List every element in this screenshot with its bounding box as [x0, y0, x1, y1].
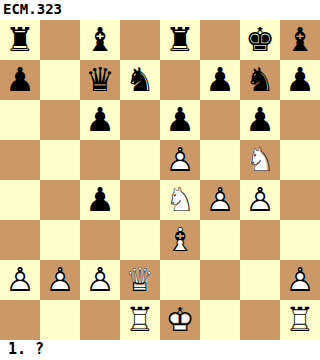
square-g6[interactable]: ♟	[240, 100, 280, 140]
square-g1[interactable]	[240, 300, 280, 340]
black-bishop-icon: ♝	[80, 20, 120, 60]
diagram-title: ECM.323	[0, 0, 320, 20]
white-pawn-icon: ♟♙	[160, 140, 200, 180]
black-pawn-icon: ♟	[240, 100, 280, 140]
square-b6[interactable]	[40, 100, 80, 140]
black-pawn-icon: ♟	[280, 60, 320, 100]
white-queen-icon: ♛♕	[120, 260, 160, 300]
glyph-fill-layer: ♟	[240, 100, 280, 140]
white-rook-icon: ♜♖	[280, 300, 320, 340]
white-pawn-icon: ♟♙	[200, 180, 240, 220]
glyph-outline-layer: ♕	[120, 260, 160, 300]
square-d3[interactable]	[120, 220, 160, 260]
square-b8[interactable]	[40, 20, 80, 60]
white-knight-icon: ♞♘	[160, 180, 200, 220]
square-a7[interactable]: ♟	[0, 60, 40, 100]
glyph-fill-layer: ♜	[0, 20, 40, 60]
square-c4[interactable]: ♟	[80, 180, 120, 220]
black-pawn-icon: ♟	[80, 180, 120, 220]
square-a4[interactable]	[0, 180, 40, 220]
white-pawn-icon: ♟♙	[240, 180, 280, 220]
glyph-outline-layer: ♔	[160, 300, 200, 340]
glyph-outline-layer: ♗	[160, 220, 200, 260]
square-a1[interactable]	[0, 300, 40, 340]
square-a3[interactable]	[0, 220, 40, 260]
square-e8[interactable]: ♜	[160, 20, 200, 60]
glyph-fill-layer: ♟	[0, 60, 40, 100]
square-e2[interactable]	[160, 260, 200, 300]
square-e5[interactable]: ♟♙	[160, 140, 200, 180]
square-d4[interactable]	[120, 180, 160, 220]
square-h1[interactable]: ♜♖	[280, 300, 320, 340]
square-h6[interactable]	[280, 100, 320, 140]
glyph-fill-layer: ♟	[280, 60, 320, 100]
square-h3[interactable]	[280, 220, 320, 260]
square-h5[interactable]	[280, 140, 320, 180]
glyph-fill-layer: ♟	[80, 100, 120, 140]
square-c3[interactable]	[80, 220, 120, 260]
glyph-outline-layer: ♖	[120, 300, 160, 340]
square-f1[interactable]	[200, 300, 240, 340]
square-e7[interactable]	[160, 60, 200, 100]
square-b2[interactable]: ♟♙	[40, 260, 80, 300]
glyph-fill-layer: ♞	[240, 60, 280, 100]
glyph-fill-layer: ♞	[120, 60, 160, 100]
glyph-fill-layer: ♟	[200, 60, 240, 100]
glyph-outline-layer: ♙	[200, 180, 240, 220]
square-g4[interactable]: ♟♙	[240, 180, 280, 220]
square-b3[interactable]	[40, 220, 80, 260]
glyph-fill-layer: ♛	[80, 60, 120, 100]
square-h2[interactable]: ♟♙	[280, 260, 320, 300]
white-rook-icon: ♜♖	[120, 300, 160, 340]
black-knight-icon: ♞	[240, 60, 280, 100]
black-pawn-icon: ♟	[80, 100, 120, 140]
square-c1[interactable]	[80, 300, 120, 340]
glyph-outline-layer: ♙	[240, 180, 280, 220]
glyph-fill-layer: ♝	[80, 20, 120, 60]
glyph-outline-layer: ♘	[240, 140, 280, 180]
square-a6[interactable]	[0, 100, 40, 140]
square-h8[interactable]: ♝	[280, 20, 320, 60]
white-pawn-icon: ♟♙	[40, 260, 80, 300]
square-e6[interactable]: ♟	[160, 100, 200, 140]
move-prompt: 1. ?	[0, 340, 320, 360]
glyph-fill-layer: ♝	[280, 20, 320, 60]
square-f4[interactable]: ♟♙	[200, 180, 240, 220]
white-pawn-icon: ♟♙	[0, 260, 40, 300]
square-a5[interactable]	[0, 140, 40, 180]
square-g7[interactable]: ♞	[240, 60, 280, 100]
square-g8[interactable]: ♚	[240, 20, 280, 60]
chess-diagram-page: ECM.323 ♜♝♜♚♝♟♛♞♟♞♟♟♟♟♟♙♞♘♟♞♘♟♙♟♙♝♗♟♙♟♙♟…	[0, 0, 320, 360]
black-rook-icon: ♜	[0, 20, 40, 60]
glyph-fill-layer: ♟	[160, 100, 200, 140]
glyph-outline-layer: ♙	[40, 260, 80, 300]
square-c2[interactable]: ♟♙	[80, 260, 120, 300]
square-b7[interactable]	[40, 60, 80, 100]
square-f7[interactable]: ♟	[200, 60, 240, 100]
glyph-outline-layer: ♙	[0, 260, 40, 300]
square-d1[interactable]: ♜♖	[120, 300, 160, 340]
square-e1[interactable]: ♚♔	[160, 300, 200, 340]
chess-board: ♜♝♜♚♝♟♛♞♟♞♟♟♟♟♟♙♞♘♟♞♘♟♙♟♙♝♗♟♙♟♙♟♙♛♕♟♙♜♖♚…	[0, 20, 320, 340]
square-d2[interactable]: ♛♕	[120, 260, 160, 300]
square-e3[interactable]: ♝♗	[160, 220, 200, 260]
square-h7[interactable]: ♟	[280, 60, 320, 100]
square-f8[interactable]	[200, 20, 240, 60]
square-d8[interactable]	[120, 20, 160, 60]
square-d6[interactable]	[120, 100, 160, 140]
glyph-fill-layer: ♚	[240, 20, 280, 60]
white-bishop-icon: ♝♗	[160, 220, 200, 260]
square-c5[interactable]	[80, 140, 120, 180]
square-f2[interactable]	[200, 260, 240, 300]
black-pawn-icon: ♟	[200, 60, 240, 100]
black-rook-icon: ♜	[160, 20, 200, 60]
square-g2[interactable]	[240, 260, 280, 300]
black-pawn-icon: ♟	[0, 60, 40, 100]
white-king-icon: ♚♔	[160, 300, 200, 340]
square-a2[interactable]: ♟♙	[0, 260, 40, 300]
square-f3[interactable]	[200, 220, 240, 260]
square-g5[interactable]: ♞♘	[240, 140, 280, 180]
square-h4[interactable]	[280, 180, 320, 220]
square-c7[interactable]: ♛	[80, 60, 120, 100]
glyph-outline-layer: ♙	[280, 260, 320, 300]
black-knight-icon: ♞	[120, 60, 160, 100]
glyph-outline-layer: ♙	[160, 140, 200, 180]
square-b1[interactable]	[40, 300, 80, 340]
square-b5[interactable]	[40, 140, 80, 180]
square-d7[interactable]: ♞	[120, 60, 160, 100]
square-g3[interactable]	[240, 220, 280, 260]
black-pawn-icon: ♟	[160, 100, 200, 140]
square-a8[interactable]: ♜	[0, 20, 40, 60]
square-f6[interactable]	[200, 100, 240, 140]
glyph-fill-layer: ♟	[80, 180, 120, 220]
square-c8[interactable]: ♝	[80, 20, 120, 60]
square-e4[interactable]: ♞♘	[160, 180, 200, 220]
square-c6[interactable]: ♟	[80, 100, 120, 140]
black-queen-icon: ♛	[80, 60, 120, 100]
black-bishop-icon: ♝	[280, 20, 320, 60]
glyph-outline-layer: ♖	[280, 300, 320, 340]
black-king-icon: ♚	[240, 20, 280, 60]
glyph-fill-layer: ♜	[160, 20, 200, 60]
square-f5[interactable]	[200, 140, 240, 180]
square-b4[interactable]	[40, 180, 80, 220]
glyph-outline-layer: ♘	[160, 180, 200, 220]
white-pawn-icon: ♟♙	[80, 260, 120, 300]
white-knight-icon: ♞♘	[240, 140, 280, 180]
square-d5[interactable]	[120, 140, 160, 180]
white-pawn-icon: ♟♙	[280, 260, 320, 300]
glyph-outline-layer: ♙	[80, 260, 120, 300]
